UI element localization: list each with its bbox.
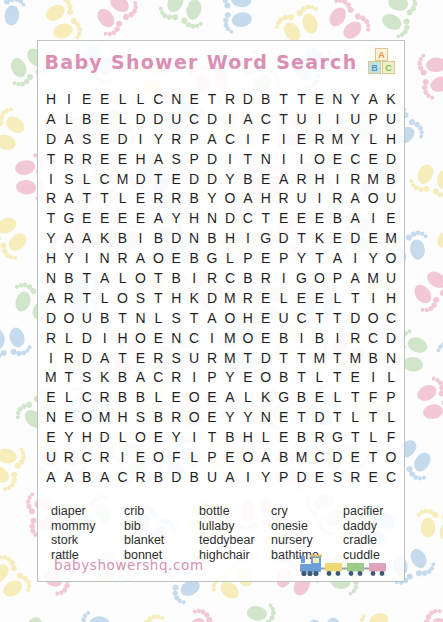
grid-cell[interactable]: D (149, 109, 167, 129)
grid-cell[interactable]: T (364, 447, 382, 467)
grid-cell[interactable]: E (328, 228, 346, 248)
grid-cell[interactable]: T (328, 367, 346, 387)
grid-cell[interactable]: E (257, 308, 275, 328)
grid-cell[interactable]: I (239, 129, 257, 149)
grid-cell[interactable]: B (293, 387, 311, 407)
grid-cell[interactable]: H (167, 288, 185, 308)
grid-cell[interactable]: E (310, 208, 328, 228)
grid-cell[interactable]: I (42, 169, 60, 189)
grid-cell[interactable]: N (167, 328, 185, 348)
grid-cell[interactable]: T (42, 208, 60, 228)
grid-cell[interactable]: T (293, 367, 311, 387)
grid-cell[interactable]: P (239, 248, 257, 268)
grid-cell[interactable]: H (382, 288, 400, 308)
grid-cell[interactable]: R (60, 149, 78, 169)
grid-cell[interactable]: U (346, 109, 364, 129)
grid-cell[interactable]: K (310, 228, 328, 248)
grid-cell[interactable]: P (364, 109, 382, 129)
grid-cell[interactable]: E (364, 149, 382, 169)
grid-cell[interactable]: D (382, 149, 400, 169)
grid-cell[interactable]: H (114, 407, 132, 427)
grid-cell[interactable]: I (221, 149, 239, 169)
grid-cell[interactable]: R (346, 328, 364, 348)
grid-cell[interactable]: Y (42, 228, 60, 248)
grid-cell[interactable]: G (203, 248, 221, 268)
grid-cell[interactable]: E (364, 228, 382, 248)
grid-cell[interactable]: U (185, 348, 203, 368)
grid-cell[interactable]: O (185, 407, 203, 427)
grid-cell[interactable]: E (96, 89, 114, 109)
grid-cell[interactable]: R (149, 348, 167, 368)
grid-cell[interactable]: A (60, 467, 78, 487)
grid-cell[interactable]: O (78, 407, 96, 427)
grid-cell[interactable]: G (293, 268, 311, 288)
grid-cell[interactable]: E (203, 407, 221, 427)
grid-cell[interactable]: R (60, 288, 78, 308)
grid-cell[interactable]: C (96, 169, 114, 189)
grid-cell[interactable]: T (328, 348, 346, 368)
grid-cell[interactable]: O (185, 387, 203, 407)
grid-cell[interactable]: L (364, 427, 382, 447)
grid-cell[interactable]: A (328, 248, 346, 268)
grid-cell[interactable]: I (239, 228, 257, 248)
grid-cell[interactable]: B (185, 248, 203, 268)
grid-cell[interactable]: G (275, 387, 293, 407)
grid-cell[interactable]: B (293, 427, 311, 447)
grid-cell[interactable]: R (78, 149, 96, 169)
grid-cell[interactable]: E (328, 149, 346, 169)
grid-cell[interactable]: I (328, 109, 346, 129)
grid-cell[interactable]: A (60, 228, 78, 248)
grid-cell[interactable]: T (310, 248, 328, 268)
grid-cell[interactable]: T (310, 308, 328, 328)
grid-cell[interactable]: A (60, 188, 78, 208)
grid-cell[interactable]: M (42, 367, 60, 387)
grid-cell[interactable]: D (310, 407, 328, 427)
grid-cell[interactable]: R (293, 169, 311, 189)
grid-cell[interactable]: A (149, 149, 167, 169)
grid-cell[interactable]: C (221, 268, 239, 288)
grid-cell[interactable]: P (203, 367, 221, 387)
grid-cell[interactable]: L (60, 387, 78, 407)
grid-cell[interactable]: T (78, 268, 96, 288)
grid-cell[interactable]: T (203, 89, 221, 109)
grid-cell[interactable]: N (185, 228, 203, 248)
grid-cell[interactable]: T (239, 348, 257, 368)
grid-cell[interactable]: B (114, 367, 132, 387)
grid-cell[interactable]: H (257, 188, 275, 208)
grid-cell[interactable]: M (382, 228, 400, 248)
grid-cell[interactable]: M (114, 169, 132, 189)
grid-cell[interactable]: I (203, 328, 221, 348)
grid-cell[interactable]: U (293, 109, 311, 129)
grid-cell[interactable]: T (346, 288, 364, 308)
grid-cell[interactable]: Y (203, 188, 221, 208)
grid-cell[interactable]: S (60, 169, 78, 189)
grid-cell[interactable]: E (114, 208, 132, 228)
grid-cell[interactable]: O (257, 367, 275, 387)
grid-cell[interactable]: T (149, 268, 167, 288)
grid-cell[interactable]: B (275, 367, 293, 387)
grid-cell[interactable]: A (239, 109, 257, 129)
grid-cell[interactable]: N (42, 268, 60, 288)
grid-cell[interactable]: D (42, 308, 60, 328)
grid-cell[interactable]: B (310, 328, 328, 348)
grid-cell[interactable]: C (346, 149, 364, 169)
grid-cell[interactable]: O (382, 447, 400, 467)
grid-cell[interactable]: F (382, 427, 400, 447)
grid-cell[interactable]: Y (221, 407, 239, 427)
grid-cell[interactable]: T (346, 387, 364, 407)
grid-cell[interactable]: O (221, 308, 239, 328)
grid-cell[interactable]: T (328, 308, 346, 328)
grid-cell[interactable]: C (257, 109, 275, 129)
grid-cell[interactable]: O (131, 268, 149, 288)
grid-cell[interactable]: B (185, 467, 203, 487)
grid-cell[interactable]: C (293, 308, 311, 328)
grid-cell[interactable]: T (257, 208, 275, 228)
grid-cell[interactable]: H (239, 427, 257, 447)
grid-cell[interactable]: L (328, 288, 346, 308)
grid-cell[interactable]: R (167, 367, 185, 387)
grid-cell[interactable]: U (42, 447, 60, 467)
grid-cell[interactable]: C (310, 447, 328, 467)
grid-cell[interactable]: L (78, 169, 96, 189)
grid-cell[interactable]: E (346, 447, 364, 467)
grid-cell[interactable]: S (167, 348, 185, 368)
grid-cell[interactable]: U (275, 308, 293, 328)
grid-cell[interactable]: E (167, 387, 185, 407)
grid-cell[interactable]: E (149, 328, 167, 348)
grid-cell[interactable]: D (239, 89, 257, 109)
grid-cell[interactable]: S (167, 308, 185, 328)
grid-cell[interactable]: A (346, 268, 364, 288)
grid-cell[interactable]: N (96, 248, 114, 268)
grid-cell[interactable]: I (131, 129, 149, 149)
grid-cell[interactable]: M (221, 348, 239, 368)
grid-cell[interactable]: L (60, 328, 78, 348)
grid-cell[interactable]: U (382, 188, 400, 208)
grid-cell[interactable]: R (346, 169, 364, 189)
grid-cell[interactable]: A (203, 129, 221, 149)
grid-cell[interactable]: O (364, 188, 382, 208)
grid-cell[interactable]: Y (364, 248, 382, 268)
grid-cell[interactable]: D (257, 348, 275, 368)
grid-cell[interactable]: B (203, 228, 221, 248)
grid-cell[interactable]: A (42, 467, 60, 487)
grid-cell[interactable]: I (328, 328, 346, 348)
grid-cell[interactable]: R (328, 188, 346, 208)
grid-cell[interactable]: E (239, 367, 257, 387)
grid-cell[interactable]: D (131, 109, 149, 129)
grid-cell[interactable]: I (293, 149, 311, 169)
grid-cell[interactable]: B (149, 407, 167, 427)
grid-cell[interactable]: H (239, 308, 257, 328)
grid-cell[interactable]: I (310, 109, 328, 129)
grid-cell[interactable]: F (257, 129, 275, 149)
grid-cell[interactable]: D (203, 169, 221, 189)
grid-cell[interactable]: C (185, 328, 203, 348)
grid-cell[interactable]: R (310, 129, 328, 149)
grid-cell[interactable]: T (185, 308, 203, 328)
grid-cell[interactable]: T (364, 407, 382, 427)
grid-cell[interactable]: I (239, 467, 257, 487)
grid-cell[interactable]: K (185, 288, 203, 308)
grid-cell[interactable]: D (185, 169, 203, 189)
grid-cell[interactable]: R (42, 188, 60, 208)
grid-cell[interactable]: E (131, 208, 149, 228)
grid-cell[interactable]: T (275, 348, 293, 368)
grid-cell[interactable]: P (185, 129, 203, 149)
grid-cell[interactable]: B (221, 427, 239, 447)
grid-cell[interactable]: A (42, 288, 60, 308)
grid-cell[interactable]: B (114, 387, 132, 407)
grid-cell[interactable]: T (328, 407, 346, 427)
grid-cell[interactable]: E (131, 348, 149, 368)
grid-cell[interactable]: D (203, 288, 221, 308)
grid-cell[interactable]: D (275, 228, 293, 248)
grid-cell[interactable]: A (221, 387, 239, 407)
grid-cell[interactable]: P (275, 248, 293, 268)
grid-cell[interactable]: R (310, 427, 328, 447)
grid-cell[interactable]: L (257, 427, 275, 447)
grid-cell[interactable]: D (203, 149, 221, 169)
grid-cell[interactable]: P (203, 447, 221, 467)
grid-cell[interactable]: B (167, 268, 185, 288)
grid-cell[interactable]: A (257, 447, 275, 467)
grid-cell[interactable]: E (364, 467, 382, 487)
grid-cell[interactable]: R (346, 467, 364, 487)
grid-cell[interactable]: E (96, 149, 114, 169)
grid-cell[interactable]: L (96, 288, 114, 308)
grid-cell[interactable]: T (149, 288, 167, 308)
grid-cell[interactable]: R (96, 387, 114, 407)
grid-cell[interactable]: S (78, 129, 96, 149)
grid-cell[interactable]: I (364, 288, 382, 308)
grid-cell[interactable]: E (275, 407, 293, 427)
grid-cell[interactable]: P (382, 387, 400, 407)
grid-cell[interactable]: K (96, 228, 114, 248)
grid-cell[interactable]: L (310, 367, 328, 387)
grid-cell[interactable]: H (42, 248, 60, 268)
grid-cell[interactable]: B (257, 89, 275, 109)
grid-cell[interactable]: R (114, 248, 132, 268)
grid-cell[interactable]: P (275, 467, 293, 487)
grid-cell[interactable]: I (275, 149, 293, 169)
grid-cell[interactable]: N (167, 89, 185, 109)
grid-cell[interactable]: T (114, 308, 132, 328)
grid-cell[interactable]: D (131, 169, 149, 189)
grid-cell[interactable]: C (382, 308, 400, 328)
grid-cell[interactable]: E (293, 208, 311, 228)
grid-cell[interactable]: I (78, 248, 96, 268)
grid-cell[interactable]: U (167, 109, 185, 129)
grid-cell[interactable]: E (114, 149, 132, 169)
grid-cell[interactable]: O (60, 308, 78, 328)
grid-cell[interactable]: R (167, 188, 185, 208)
grid-cell[interactable]: R (203, 348, 221, 368)
grid-cell[interactable]: R (60, 447, 78, 467)
grid-cell[interactable]: N (42, 407, 60, 427)
grid-cell[interactable]: D (167, 467, 185, 487)
grid-cell[interactable]: A (346, 188, 364, 208)
grid-cell[interactable]: T (78, 288, 96, 308)
grid-cell[interactable]: C (239, 208, 257, 228)
grid-cell[interactable]: A (131, 248, 149, 268)
grid-cell[interactable]: Y (167, 208, 185, 228)
grid-cell[interactable]: E (96, 208, 114, 228)
grid-cell[interactable]: R (239, 288, 257, 308)
grid-cell[interactable]: L (328, 387, 346, 407)
grid-cell[interactable]: A (346, 208, 364, 228)
grid-cell[interactable]: E (346, 367, 364, 387)
grid-cell[interactable]: E (293, 129, 311, 149)
grid-cell[interactable]: T (149, 169, 167, 189)
grid-cell[interactable]: O (239, 447, 257, 467)
grid-cell[interactable]: Y (149, 129, 167, 149)
grid-cell[interactable]: H (310, 169, 328, 189)
grid-cell[interactable]: M (221, 288, 239, 308)
grid-cell[interactable]: Y (346, 89, 364, 109)
grid-cell[interactable]: E (203, 387, 221, 407)
grid-cell[interactable]: B (149, 467, 167, 487)
grid-cell[interactable]: T (293, 228, 311, 248)
grid-cell[interactable]: L (114, 188, 132, 208)
grid-cell[interactable]: N (328, 89, 346, 109)
grid-cell[interactable]: E (96, 129, 114, 149)
grid-cell[interactable]: B (60, 268, 78, 288)
grid-cell[interactable]: D (203, 109, 221, 129)
grid-cell[interactable]: M (346, 348, 364, 368)
grid-cell[interactable]: E (131, 447, 149, 467)
grid-cell[interactable]: M (364, 169, 382, 189)
grid-cell[interactable]: L (114, 109, 132, 129)
grid-cell[interactable]: T (293, 407, 311, 427)
grid-cell[interactable]: S (131, 288, 149, 308)
grid-cell[interactable]: I (185, 427, 203, 447)
grid-cell[interactable]: R (221, 89, 239, 109)
grid-cell[interactable]: N (131, 308, 149, 328)
grid-cell[interactable]: D (382, 328, 400, 348)
grid-cell[interactable]: S (78, 367, 96, 387)
grid-cell[interactable]: E (257, 328, 275, 348)
grid-cell[interactable]: I (60, 89, 78, 109)
grid-cell[interactable]: I (275, 268, 293, 288)
grid-cell[interactable]: D (114, 129, 132, 149)
grid-cell[interactable]: E (257, 248, 275, 268)
grid-cell[interactable]: C (78, 387, 96, 407)
grid-cell[interactable]: E (42, 387, 60, 407)
website-link[interactable]: babyshowershq.com (54, 557, 204, 573)
grid-cell[interactable]: N (203, 208, 221, 228)
grid-cell[interactable]: H (42, 89, 60, 109)
grid-cell[interactable]: E (257, 288, 275, 308)
grid-cell[interactable]: M (96, 407, 114, 427)
grid-cell[interactable]: L (149, 308, 167, 328)
grid-cell[interactable]: A (131, 367, 149, 387)
grid-cell[interactable]: H (114, 328, 132, 348)
grid-cell[interactable]: H (185, 208, 203, 228)
grid-cell[interactable]: T (239, 149, 257, 169)
grid-cell[interactable]: E (96, 109, 114, 129)
grid-cell[interactable]: N (257, 149, 275, 169)
grid-cell[interactable]: U (382, 268, 400, 288)
grid-cell[interactable]: E (221, 447, 239, 467)
grid-cell[interactable]: G (60, 208, 78, 228)
grid-cell[interactable]: K (382, 89, 400, 109)
grid-cell[interactable]: D (221, 208, 239, 228)
grid-cell[interactable]: H (382, 129, 400, 149)
grid-cell[interactable]: C (149, 367, 167, 387)
grid-cell[interactable]: N (257, 407, 275, 427)
grid-cell[interactable]: Y (221, 367, 239, 387)
grid-cell[interactable]: Y (167, 427, 185, 447)
grid-cell[interactable]: D (346, 308, 364, 328)
grid-cell[interactable]: D (78, 328, 96, 348)
grid-cell[interactable]: E (257, 169, 275, 189)
grid-cell[interactable]: S (167, 149, 185, 169)
grid-cell[interactable]: E (78, 89, 96, 109)
grid-cell[interactable]: R (275, 188, 293, 208)
grid-cell[interactable]: R (257, 268, 275, 288)
grid-cell[interactable]: I (114, 447, 132, 467)
grid-cell[interactable]: I (364, 208, 382, 228)
grid-cell[interactable]: L (149, 387, 167, 407)
grid-cell[interactable]: G (257, 228, 275, 248)
grid-cell[interactable]: E (310, 387, 328, 407)
grid-cell[interactable]: O (149, 248, 167, 268)
grid-cell[interactable]: D (96, 427, 114, 447)
grid-cell[interactable]: L (382, 407, 400, 427)
grid-cell[interactable]: I (42, 348, 60, 368)
grid-cell[interactable]: E (275, 208, 293, 228)
grid-cell[interactable]: E (42, 427, 60, 447)
grid-cell[interactable]: D (167, 228, 185, 248)
grid-cell[interactable]: E (310, 467, 328, 487)
grid-cell[interactable]: A (96, 348, 114, 368)
grid-cell[interactable]: O (382, 248, 400, 268)
grid-cell[interactable]: K (96, 367, 114, 387)
grid-cell[interactable]: E (60, 407, 78, 427)
grid-cell[interactable]: P (328, 268, 346, 288)
grid-cell[interactable]: O (239, 328, 257, 348)
grid-cell[interactable]: I (293, 328, 311, 348)
grid-cell[interactable]: C (78, 447, 96, 467)
grid-cell[interactable]: B (114, 228, 132, 248)
grid-cell[interactable]: G (328, 427, 346, 447)
grid-cell[interactable]: M (310, 348, 328, 368)
grid-cell[interactable]: D (78, 348, 96, 368)
grid-cell[interactable]: T (96, 188, 114, 208)
grid-cell[interactable]: C (149, 89, 167, 109)
grid-cell[interactable]: O (310, 149, 328, 169)
grid-cell[interactable]: I (328, 169, 346, 189)
grid-cell[interactable]: B (328, 208, 346, 228)
grid-cell[interactable]: L (346, 407, 364, 427)
grid-cell[interactable]: Y (257, 467, 275, 487)
grid-cell[interactable]: P (185, 149, 203, 169)
grid-cell[interactable]: R (60, 348, 78, 368)
grid-cell[interactable]: B (185, 188, 203, 208)
grid-cell[interactable]: A (203, 308, 221, 328)
grid-cell[interactable]: F (364, 387, 382, 407)
grid-cell[interactable]: M (221, 328, 239, 348)
grid-cell[interactable]: O (364, 308, 382, 328)
grid-cell[interactable]: L (60, 109, 78, 129)
grid-cell[interactable]: N (382, 348, 400, 368)
grid-cell[interactable]: C (221, 129, 239, 149)
grid-cell[interactable]: Y (221, 169, 239, 189)
